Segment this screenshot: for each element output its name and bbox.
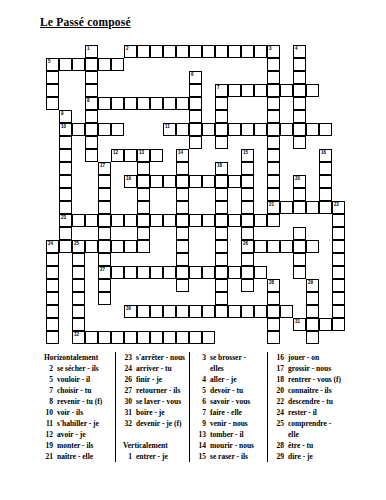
- grid-cell: [189, 305, 202, 318]
- grid-cell: [202, 266, 215, 279]
- clue-text: se sécher - ils: [57, 364, 99, 373]
- grid-cell: [332, 240, 345, 253]
- grid-cell: [189, 45, 202, 58]
- grid-cell: [46, 331, 59, 344]
- clue-text: voir - ils: [57, 408, 83, 417]
- grid-cell: 15: [241, 149, 254, 162]
- grid-cell: [241, 266, 254, 279]
- grid-cell: [215, 214, 228, 227]
- grid-cell: [306, 318, 319, 331]
- clue-number: 7: [40, 385, 53, 396]
- clue-number: 15: [193, 451, 206, 462]
- clue-number: 25: [271, 418, 284, 429]
- grid-cell: 24: [46, 240, 59, 253]
- grid-cell: [111, 58, 124, 71]
- grid-cell: [306, 292, 319, 305]
- grid-cell: [189, 266, 202, 279]
- grid-cell: [150, 214, 163, 227]
- grid-cell: [306, 240, 319, 253]
- clue-text: mourir - nous: [210, 441, 254, 450]
- grid-cell: [111, 97, 124, 110]
- grid-cell: [332, 305, 345, 318]
- grid-cell: [163, 214, 176, 227]
- cell-number: 12: [113, 150, 118, 155]
- grid-cell: [189, 331, 202, 344]
- grid-cell: [137, 305, 150, 318]
- grid-cell: [150, 305, 163, 318]
- clue-number: 8: [40, 396, 53, 407]
- clue-line: 27retourner - ils: [119, 385, 189, 396]
- grid-cell: [267, 123, 280, 136]
- clue-text: elles: [210, 364, 224, 373]
- clue-text: arriver - tu: [136, 364, 172, 373]
- grid-cell: [98, 253, 111, 266]
- blank-line: [119, 429, 189, 440]
- clue-number: 29: [271, 451, 284, 462]
- grid-cell: [254, 123, 267, 136]
- grid-cell: [176, 188, 189, 201]
- grid-cell: 7: [215, 84, 228, 97]
- grid-cell: 5: [46, 58, 59, 71]
- grid-cell: [332, 253, 345, 266]
- grid-cell: 3: [267, 45, 280, 58]
- grid-cell: [306, 305, 319, 318]
- clue-number: 27: [119, 385, 132, 396]
- grid-cell: [215, 45, 228, 58]
- clue-text: dire - je: [288, 452, 313, 461]
- clue-number: 10: [40, 407, 53, 418]
- clue-line: elle: [271, 429, 381, 440]
- grid-cell: [215, 110, 228, 123]
- grid-cell: [98, 201, 111, 214]
- grid-cell: [306, 84, 319, 97]
- grid-cell: [85, 84, 98, 97]
- grid-cell: [215, 188, 228, 201]
- grid-cell: [332, 279, 345, 292]
- grid-cell: [254, 305, 267, 318]
- grid-cell: [267, 162, 280, 175]
- cell-number: 27: [100, 267, 105, 272]
- cell-number: 7: [217, 85, 220, 90]
- grid-cell: 11: [163, 123, 176, 136]
- grid-cell: [280, 305, 293, 318]
- clue-text: venir - nous: [210, 419, 248, 428]
- clue-text: comprendre -: [288, 419, 331, 428]
- cell-number: 29: [308, 280, 313, 285]
- grid-cell: [202, 331, 215, 344]
- clue-line: 8revenir - tu (f): [40, 396, 115, 407]
- cell-number: 2: [126, 46, 129, 51]
- clue-text: rentrer - vous (f): [288, 375, 341, 384]
- clue-number: 14: [193, 440, 206, 451]
- clue-number: 18: [271, 374, 284, 385]
- clue-text: être - tu: [288, 441, 313, 450]
- grid-cell: [176, 227, 189, 240]
- grid-cell: [319, 175, 332, 188]
- grid-cell: [319, 318, 332, 331]
- clue-text: aller - je: [210, 375, 237, 384]
- grid-cell: [137, 201, 150, 214]
- grid-cell: [176, 214, 189, 227]
- clue-line: 18rentrer - vous (f): [271, 374, 381, 385]
- clue-line: 3se brosser -: [193, 352, 267, 363]
- clue-number: 13: [193, 429, 206, 440]
- clue-line: 10voir - ils: [40, 407, 115, 418]
- grid-cell: [241, 227, 254, 240]
- clue-number: 2: [40, 363, 53, 374]
- grid-cell: 16: [319, 149, 332, 162]
- grid-cell: 1: [85, 45, 98, 58]
- clue-text: finir - je: [136, 375, 162, 384]
- grid-cell: [267, 110, 280, 123]
- grid-cell: 4: [293, 45, 306, 58]
- clue-text: descendre - tu: [288, 397, 333, 406]
- grid-cell: 26: [241, 240, 254, 253]
- clue-number: 20: [271, 385, 284, 396]
- grid-cell: [189, 214, 202, 227]
- grid-cell: [72, 214, 85, 227]
- grid-cell: 23: [59, 214, 72, 227]
- clue-section-heading: Verticalement: [119, 440, 189, 451]
- grid-cell: [267, 84, 280, 97]
- grid-cell: [137, 162, 150, 175]
- clue-line: 5vouloir - il: [40, 374, 115, 385]
- grid-cell: [85, 331, 98, 344]
- grid-cell: 27: [98, 266, 111, 279]
- grid-cell: [85, 149, 98, 162]
- grid-cell: [85, 123, 98, 136]
- grid-cell: [111, 266, 124, 279]
- clue-line: 4aller - je: [193, 374, 267, 385]
- grid-cell: [293, 110, 306, 123]
- clue-line: 12avoir - je: [40, 429, 115, 440]
- grid-cell: [163, 97, 176, 110]
- grid-cell: [111, 331, 124, 344]
- cell-number: 6: [191, 72, 194, 77]
- cell-number: 25: [74, 241, 79, 246]
- grid-cell: [241, 84, 254, 97]
- grid-cell: [306, 123, 319, 136]
- grid-cell: [176, 45, 189, 58]
- grid-cell: [189, 123, 202, 136]
- grid-cell: [332, 318, 345, 331]
- grid-cell: [124, 149, 137, 162]
- clue-number: 19: [40, 440, 53, 451]
- grid-cell: [215, 175, 228, 188]
- cell-number: 1: [87, 46, 90, 51]
- grid-cell: [176, 201, 189, 214]
- grid-cell: [215, 292, 228, 305]
- clue-line: 29dire - je: [271, 451, 381, 462]
- grid-cell: [228, 45, 241, 58]
- grid-cell: [46, 97, 59, 110]
- cell-number: 14: [178, 150, 183, 155]
- grid-cell: [215, 97, 228, 110]
- clue-text: devenir - je (f): [136, 419, 181, 428]
- grid-cell: 17: [98, 162, 111, 175]
- clue-line: 26finir - je: [119, 374, 189, 385]
- grid-cell: [293, 227, 306, 240]
- grid-cell: [228, 266, 241, 279]
- grid-cell: [98, 175, 111, 188]
- grid-cell: [85, 136, 98, 149]
- grid-cell: [59, 188, 72, 201]
- grid-cell: [228, 84, 241, 97]
- clue-line: 2se sécher - ils: [40, 363, 115, 374]
- clue-text: savoir - vous: [210, 397, 250, 406]
- grid-cell: [72, 58, 85, 71]
- clue-number: 5: [193, 385, 206, 396]
- cell-number: 3: [269, 46, 272, 51]
- clue-line: 19monter - ils: [40, 440, 115, 451]
- clue-line: 17grossir - nous: [271, 363, 381, 374]
- grid-cell: [137, 45, 150, 58]
- grid-cell: [137, 188, 150, 201]
- clue-text: jouer - on: [288, 353, 319, 362]
- grid-cell: [137, 175, 150, 188]
- clue-text: faire - elle: [210, 408, 242, 417]
- clue-number: 3: [193, 352, 206, 363]
- grid-cell: [59, 162, 72, 175]
- grid-cell: [189, 84, 202, 97]
- grid-cell: [189, 110, 202, 123]
- clue-number: 31: [119, 407, 132, 418]
- grid-cell: [280, 123, 293, 136]
- grid-cell: 21: [267, 201, 280, 214]
- grid-cell: [332, 214, 345, 227]
- clue-line: 5devoir - tu: [193, 385, 267, 396]
- grid-cell: [267, 71, 280, 84]
- grid-cell: [306, 331, 319, 344]
- grid-cell: [306, 201, 319, 214]
- grid-cell: [111, 123, 124, 136]
- clue-number: 21: [40, 451, 53, 462]
- grid-cell: 18: [215, 162, 228, 175]
- grid-cell: [202, 305, 215, 318]
- cell-number: 22: [334, 202, 339, 207]
- grid-cell: [98, 331, 111, 344]
- cell-number: 10: [61, 124, 66, 129]
- grid-cell: 13: [137, 149, 150, 162]
- grid-cell: [98, 292, 111, 305]
- grid-cell: [111, 214, 124, 227]
- clue-text: se laver - vous: [136, 397, 181, 406]
- grid-cell: [137, 97, 150, 110]
- grid-cell: 2: [124, 45, 137, 58]
- grid-cell: [46, 279, 59, 292]
- grid-cell: [59, 240, 72, 253]
- grid-cell: [59, 136, 72, 149]
- grid-cell: [98, 123, 111, 136]
- grid-cell: [124, 266, 137, 279]
- clue-column-2: 23s'arrêter - nous24arriver - tu26finir …: [115, 352, 189, 462]
- grid-cell: [72, 292, 85, 305]
- clue-line: 20connaître - ils: [271, 385, 381, 396]
- grid-cell: [319, 162, 332, 175]
- grid-cell: 14: [176, 149, 189, 162]
- clue-text: s'habiller - je: [57, 419, 99, 428]
- clue-text: elle: [288, 430, 299, 439]
- grid-cell: [293, 71, 306, 84]
- grid-cell: [293, 136, 306, 149]
- cell-number: 17: [100, 163, 105, 168]
- clue-line: 16jouer - on: [271, 352, 381, 363]
- grid-cell: [241, 214, 254, 227]
- grid-cell: [124, 97, 137, 110]
- grid-cell: [163, 331, 176, 344]
- clue-line: 31boire - je: [119, 407, 189, 418]
- clue-number: 11: [40, 418, 53, 429]
- grid-cell: [85, 110, 98, 123]
- clue-number: 7: [193, 407, 206, 418]
- grid-cell: [267, 318, 280, 331]
- grid-cell: [137, 331, 150, 344]
- grid-cell: [241, 123, 254, 136]
- grid-cell: [59, 175, 72, 188]
- grid-cell: [98, 214, 111, 227]
- grid-cell: [267, 214, 280, 227]
- grid-cell: [241, 253, 254, 266]
- clue-number: 23: [119, 352, 132, 363]
- grid-cell: [202, 123, 215, 136]
- cell-number: 16: [321, 150, 326, 155]
- cell-number: 9: [61, 111, 64, 116]
- grid-cell: [215, 201, 228, 214]
- clue-text: retourner - ils: [136, 386, 180, 395]
- grid-cell: [202, 175, 215, 188]
- clue-text: vouloir - il: [57, 375, 90, 384]
- grid-cell: [85, 58, 98, 71]
- grid-cell: [267, 305, 280, 318]
- clue-line: 6savoir - vous: [193, 396, 267, 407]
- clue-number: 4: [193, 374, 206, 385]
- clue-column-4: 16jouer - on17grossir - nous18rentrer - …: [267, 352, 381, 462]
- grid-cell: 31: [293, 318, 306, 331]
- cell-number: 20: [295, 176, 300, 181]
- cell-number: 26: [243, 241, 248, 246]
- cell-number: 18: [217, 163, 222, 168]
- grid-cell: [215, 227, 228, 240]
- grid-cell: [176, 253, 189, 266]
- clue-text: tomber - il: [210, 430, 244, 439]
- grid-cell: [267, 240, 280, 253]
- clue-line: 13tomber - il: [193, 429, 267, 440]
- grid-cell: [85, 71, 98, 84]
- grid-cell: [254, 240, 267, 253]
- grid-cell: [46, 71, 59, 84]
- cell-number: 21: [269, 202, 274, 207]
- cell-number: 13: [139, 150, 144, 155]
- clue-number: 6: [193, 396, 206, 407]
- grid-cell: [137, 214, 150, 227]
- grid-cell: [332, 266, 345, 279]
- grid-cell: [59, 149, 72, 162]
- clue-number: 26: [119, 374, 132, 385]
- grid-cell: [202, 45, 215, 58]
- page-title: Le Passé composé: [40, 16, 131, 28]
- clue-line: 32devenir - je (f): [119, 418, 189, 429]
- grid-cell: [215, 240, 228, 253]
- grid-cell: [176, 266, 189, 279]
- grid-cell: [46, 266, 59, 279]
- grid-cell: [150, 266, 163, 279]
- clue-section-heading: Horizontalement: [40, 352, 115, 363]
- grid-cell: 28: [267, 279, 280, 292]
- grid-cell: [124, 331, 137, 344]
- grid-cell: [137, 240, 150, 253]
- clue-number: 5: [40, 374, 53, 385]
- grid-cell: [293, 240, 306, 253]
- clue-text: revenir - tu (f): [57, 397, 102, 406]
- grid-cell: [267, 175, 280, 188]
- grid-cell: [72, 279, 85, 292]
- grid-cell: [332, 292, 345, 305]
- grid-cell: [241, 201, 254, 214]
- grid-cell: [124, 214, 137, 227]
- grid-cell: [163, 266, 176, 279]
- grid-cell: [176, 305, 189, 318]
- clue-number: 24: [271, 407, 284, 418]
- clue-list: Horizontalement2se sécher - ils5vouloir …: [40, 352, 381, 462]
- grid-cell: [293, 266, 306, 279]
- grid-cell: [72, 123, 85, 136]
- clue-number: 30: [119, 396, 132, 407]
- grid-cell: [215, 123, 228, 136]
- cell-number: 4: [295, 46, 298, 51]
- grid-cell: [293, 201, 306, 214]
- grid-cell: [228, 214, 241, 227]
- clue-line: 25comprendre -: [271, 418, 381, 429]
- clue-number: 9: [193, 418, 206, 429]
- crossword-grid: 1234567891011121314151617181920212223242…: [46, 45, 345, 344]
- grid-cell: [241, 162, 254, 175]
- grid-cell: [293, 97, 306, 110]
- clue-line: elles: [193, 363, 267, 374]
- grid-cell: [72, 305, 85, 318]
- clue-text: rester - il: [288, 408, 317, 417]
- grid-cell: 10: [59, 123, 72, 136]
- cell-number: 31: [295, 319, 300, 324]
- grid-cell: [293, 123, 306, 136]
- grid-cell: 30: [124, 305, 137, 318]
- grid-cell: [59, 201, 72, 214]
- cell-number: 15: [243, 150, 248, 155]
- grid-cell: [59, 227, 72, 240]
- clue-number: 24: [119, 363, 132, 374]
- grid-cell: [241, 305, 254, 318]
- grid-cell: [176, 162, 189, 175]
- grid-cell: [293, 58, 306, 71]
- grid-cell: [98, 227, 111, 240]
- clue-line: 7choisir - tu: [40, 385, 115, 396]
- clue-text: devoir - tu: [210, 386, 243, 395]
- grid-cell: [241, 45, 254, 58]
- grid-cell: 32: [72, 331, 85, 344]
- clue-text: naître - elle: [57, 452, 93, 461]
- cell-number: 11: [165, 124, 170, 129]
- grid-cell: [46, 253, 59, 266]
- grid-cell: [163, 45, 176, 58]
- grid-cell: [150, 149, 163, 162]
- grid-cell: [85, 214, 98, 227]
- grid-cell: [137, 227, 150, 240]
- clue-text: s'arrêter - nous: [136, 353, 185, 362]
- clue-line: 24rester - il: [271, 407, 381, 418]
- cell-number: 8: [87, 98, 90, 103]
- clue-number: 32: [119, 418, 132, 429]
- grid-cell: [267, 58, 280, 71]
- clue-line: 9venir - nous: [193, 418, 267, 429]
